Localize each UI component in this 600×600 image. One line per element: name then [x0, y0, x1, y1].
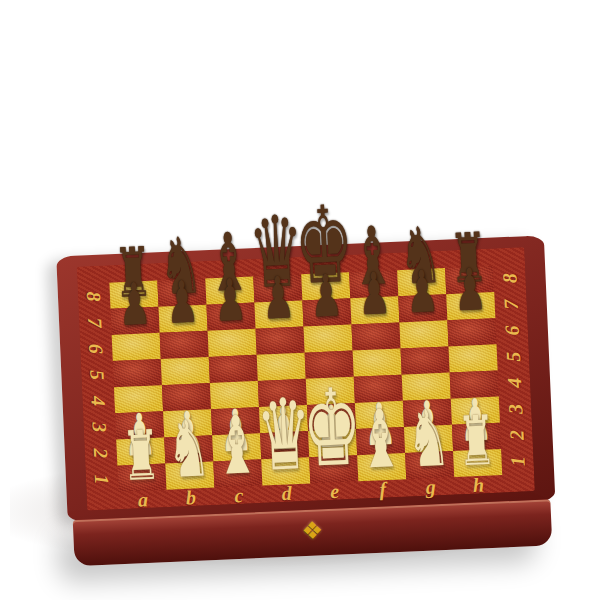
rank-right-label: 8: [499, 273, 519, 284]
black-pawn-h7[interactable]: ♟: [453, 260, 488, 319]
white-bishop-f1[interactable]: ♝: [357, 399, 405, 481]
black-pawn-a7[interactable]: ♟: [117, 275, 152, 334]
square-h6[interactable]: [447, 318, 496, 346]
black-pawn-d7[interactable]: ♟: [261, 268, 296, 327]
square-a1[interactable]: ♜: [117, 464, 166, 492]
chess-board: ♜♞♝♛♚♝♞♜♟♟♟♟♟♟♟♟♟♟♟♟♟♟♟♟♜♞♝♛♚♝♞♜: [109, 266, 502, 492]
rank-right-label: 3: [505, 404, 525, 415]
rank-right-6: 6: [495, 317, 528, 345]
rank-left-8: 8: [77, 283, 110, 311]
rank-left-5: 5: [81, 361, 114, 389]
rank-left-label: 1: [92, 474, 112, 485]
rank-left-label: 5: [87, 369, 107, 380]
square-g5[interactable]: [401, 346, 450, 374]
square-a7[interactable]: ♟: [111, 307, 160, 335]
square-f6[interactable]: [351, 322, 400, 350]
square-h7[interactable]: ♟: [446, 292, 495, 320]
brass-clasp-icon: ❖: [301, 518, 324, 543]
rank-left-label: 8: [84, 291, 104, 302]
rank-left-label: 3: [90, 422, 110, 433]
rank-right-label: 7: [501, 299, 521, 310]
square-e7[interactable]: ♟: [302, 298, 351, 326]
white-knight-g1[interactable]: ♞: [405, 399, 452, 479]
rank-right-4: 4: [498, 369, 531, 397]
rank-right-label: 4: [504, 377, 524, 388]
square-f7[interactable]: ♟: [350, 296, 399, 324]
rank-left-label: 2: [91, 448, 111, 459]
rank-right-3: 3: [499, 395, 532, 423]
square-h1[interactable]: ♜: [453, 449, 502, 477]
black-pawn-g7[interactable]: ♟: [405, 262, 440, 321]
square-h5[interactable]: [449, 344, 498, 372]
black-pawn-e7[interactable]: ♟: [309, 266, 344, 325]
box-lid-top: 87654321 87654321 abcdefgh ♜♞♝♛♚♝♞♜♟♟♟♟♟…: [56, 235, 555, 522]
square-g7[interactable]: ♟: [398, 294, 447, 322]
square-d6[interactable]: [256, 327, 305, 355]
square-b1[interactable]: ♞: [165, 461, 214, 489]
rank-right-8: 8: [493, 265, 526, 293]
rank-left-3: 3: [83, 413, 116, 441]
rank-right-label: 6: [502, 325, 522, 336]
square-c5[interactable]: [209, 355, 258, 383]
folding-chess-box: 87654321 87654321 abcdefgh ♜♞♝♛♚♝♞♜♟♟♟♟♟…: [56, 235, 558, 586]
rank-left-1: 1: [85, 466, 118, 494]
rank-left-6: 6: [80, 335, 113, 363]
square-e1[interactable]: ♚: [309, 455, 358, 483]
black-pawn-c7[interactable]: ♟: [213, 271, 248, 330]
square-f5[interactable]: [353, 349, 402, 377]
rank-right-2: 2: [500, 421, 533, 449]
white-bishop-c1[interactable]: ♝: [213, 405, 261, 487]
photo-stage: 87654321 87654321 abcdefgh ♜♞♝♛♚♝♞♜♟♟♟♟♟…: [0, 0, 600, 600]
rank-right-label: 5: [503, 351, 523, 362]
rank-left-7: 7: [79, 309, 112, 337]
white-king-e1[interactable]: ♚: [300, 375, 363, 483]
square-a6[interactable]: [112, 333, 161, 361]
black-pawn-f7[interactable]: ♟: [357, 264, 392, 323]
rank-right-1: 1: [501, 447, 534, 475]
white-rook-a1[interactable]: ♜: [121, 421, 162, 491]
square-g1[interactable]: ♞: [405, 451, 454, 479]
square-c7[interactable]: ♟: [206, 303, 255, 331]
square-f1[interactable]: ♝: [357, 453, 406, 481]
white-rook-h1[interactable]: ♜: [456, 407, 497, 477]
rank-right-5: 5: [496, 343, 529, 371]
rank-left-4: 4: [82, 387, 115, 415]
black-pawn-b7[interactable]: ♟: [165, 273, 200, 332]
rank-left-label: 4: [88, 396, 108, 407]
rank-left-label: 6: [86, 343, 106, 354]
rank-left-label: 7: [85, 317, 105, 328]
square-b7[interactable]: ♟: [159, 305, 208, 333]
rank-right-label: 1: [507, 456, 527, 467]
square-d7[interactable]: ♟: [254, 300, 303, 328]
square-c1[interactable]: ♝: [213, 459, 262, 487]
board-border: 87654321 87654321 abcdefgh ♜♞♝♛♚♝♞♜♟♟♟♟♟…: [77, 247, 535, 510]
white-knight-b1[interactable]: ♞: [165, 409, 212, 489]
square-c6[interactable]: [208, 329, 257, 357]
square-e6[interactable]: [304, 324, 353, 352]
square-g6[interactable]: [399, 320, 448, 348]
square-a5[interactable]: [113, 359, 162, 387]
square-b5[interactable]: [161, 357, 210, 385]
rank-right-7: 7: [494, 291, 527, 319]
square-b6[interactable]: [160, 331, 209, 359]
rank-left-2: 2: [84, 439, 117, 467]
rank-right-label: 2: [506, 430, 526, 441]
